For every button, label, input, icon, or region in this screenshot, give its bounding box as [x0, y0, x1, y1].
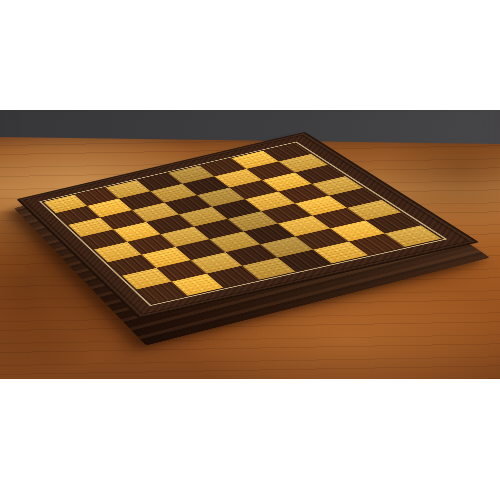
page-background	[0, 0, 500, 500]
chessboard-photo	[0, 110, 500, 379]
